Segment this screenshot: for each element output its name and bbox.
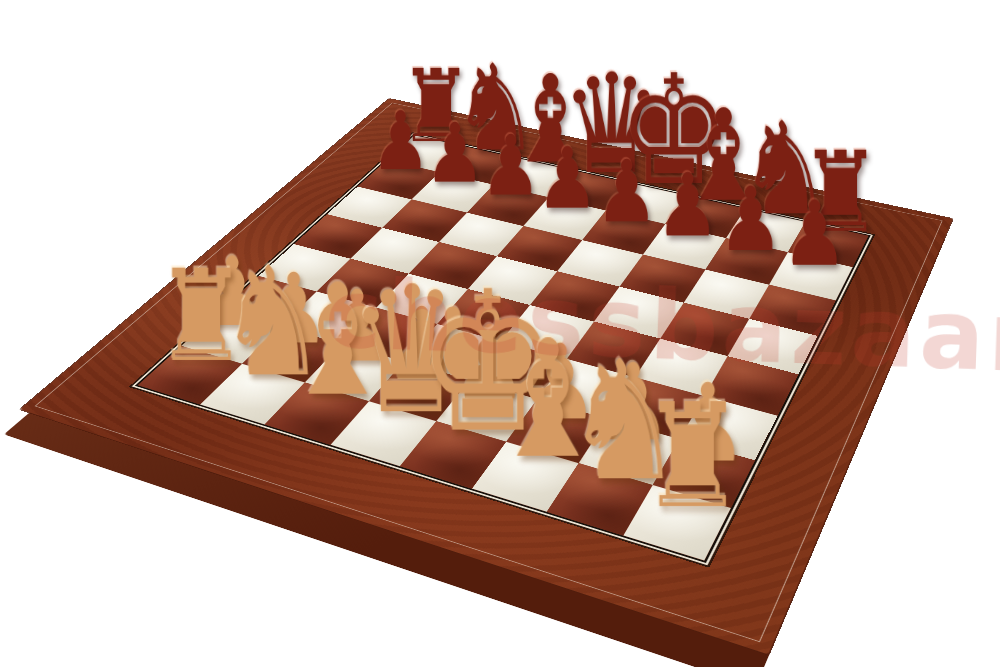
product-photo-canvas: ♜♞♝♛♚♝♞♜♟♟♟♟♟♟♟♟♟♟♟♟♟♟♟♟♜♞♝♛♚♝♞♜ chessba… [0,0,1000,667]
piece-white-pawn: ♟ [197,245,255,340]
piece-white-rook: ♜ [155,253,216,380]
piece-red-bishop: ♝ [677,93,729,219]
square-g1: ♞ [546,463,653,535]
board-tilt-group: ♜♞♝♛♚♝♞♜♟♟♟♟♟♟♟♟♟♟♟♟♟♟♟♟♜♞♝♛♚♝♞♜ [20,98,953,654]
piece-red-rook: ♜ [399,56,447,157]
piece-red-rook: ♜ [800,136,853,247]
piece-red-bishop: ♝ [506,60,555,181]
piece-red-pawn: ♟ [782,190,837,280]
square-a1: ♜ [138,346,242,404]
board-scene: ♜♞♝♛♚♝♞♜♟♟♟♟♟♟♟♟♟♟♟♟♟♟♟♟♜♞♝♛♚♝♞♜ [0,0,1000,667]
piece-red-knight: ♞ [738,105,790,233]
square-g5 [660,303,750,356]
